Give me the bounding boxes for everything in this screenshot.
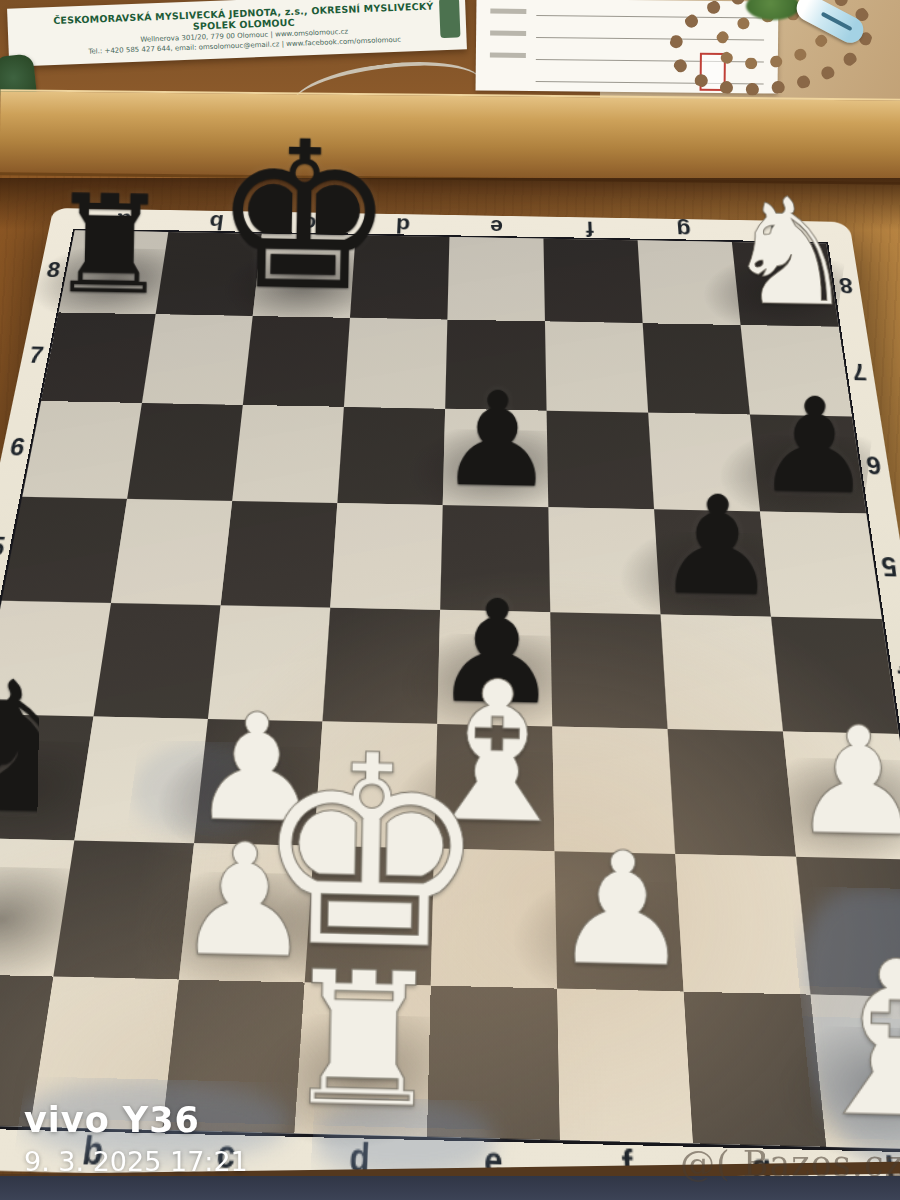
square-f2[interactable]: ♟	[555, 851, 684, 991]
file-label-top-e: e	[449, 215, 543, 239]
square-f1[interactable]	[557, 989, 693, 1144]
white-bishop-h1[interactable]: ♝	[796, 936, 900, 1144]
square-b6[interactable]	[127, 403, 243, 501]
file-label-top-g: g	[636, 218, 732, 242]
black-king-c8[interactable]: ♚	[210, 118, 396, 315]
photo-scene: ČESKOMORAVSKÁ MYSLIVECKÁ JEDNOTA, z.s., …	[0, 0, 900, 1200]
black-rook-a8[interactable]: ♜	[47, 180, 171, 311]
square-c7[interactable]	[243, 316, 350, 407]
square-e1[interactable]	[427, 986, 560, 1140]
watermark-site: @( Bazos.cz	[680, 1144, 900, 1184]
square-h3[interactable]: ♟	[783, 731, 900, 859]
black-pawn-g5[interactable]: ♟	[654, 480, 779, 612]
square-h8[interactable]: ♞	[732, 242, 839, 327]
square-f6[interactable]	[547, 411, 655, 510]
square-a6[interactable]	[22, 401, 142, 499]
watermark-device: vivo Y36	[24, 1100, 200, 1140]
square-g4[interactable]	[661, 614, 783, 731]
black-pawn-e6[interactable]: ♟	[437, 377, 556, 503]
square-h1[interactable]: ♝	[811, 995, 900, 1150]
square-a5[interactable]	[2, 497, 127, 603]
square-d7[interactable]	[344, 318, 447, 409]
square-g5[interactable]: ♟	[654, 509, 771, 616]
square-c6[interactable]	[232, 405, 344, 503]
board-border: abcdefgh abcdefgh 87654321 87654321 ♜♚♞♟…	[0, 208, 900, 1196]
square-g7[interactable]	[643, 323, 750, 414]
square-c8[interactable]: ♚	[253, 234, 356, 318]
square-e6[interactable]: ♟	[443, 409, 549, 508]
square-e8[interactable]	[447, 237, 545, 321]
square-b7[interactable]	[142, 314, 253, 405]
white-rook-d1[interactable]: ♜	[278, 950, 447, 1130]
square-a7[interactable]	[41, 312, 155, 402]
square-a8[interactable]: ♜	[59, 230, 169, 314]
board-grid: ♜♚♞♟♟♟♟♞♟♝♟♟♟♚♟♜♝	[0, 230, 900, 1150]
square-d6[interactable]	[337, 407, 445, 505]
banner-emblem-icon	[439, 0, 461, 38]
file-label-top-f: f	[543, 217, 638, 241]
square-d5[interactable]	[330, 503, 443, 610]
square-b5[interactable]	[111, 499, 232, 605]
square-f5[interactable]	[548, 507, 660, 614]
square-f8[interactable]	[543, 239, 642, 324]
square-d1[interactable]: ♜	[294, 983, 430, 1137]
white-pawn-a2[interactable]: ♟	[0, 820, 64, 971]
square-f7[interactable]	[545, 321, 648, 412]
chess-board: abcdefgh abcdefgh 87654321 87654321 ♜♚♞♟…	[0, 208, 900, 1196]
square-c5[interactable]	[221, 501, 338, 608]
white-knight-h8[interactable]: ♞	[723, 181, 858, 323]
white-pawn-h3[interactable]: ♟	[789, 710, 900, 854]
watermark-datetime: 9. 3. 2025 17:21	[24, 1146, 248, 1177]
square-g2[interactable]	[675, 854, 810, 995]
white-pawn-f2[interactable]: ♟	[550, 834, 693, 985]
